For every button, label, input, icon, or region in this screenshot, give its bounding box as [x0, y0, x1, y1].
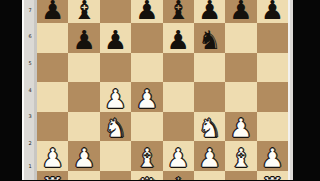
square-d5[interactable] [131, 53, 162, 83]
rank-label-3: 3 [26, 113, 34, 119]
square-a3[interactable] [37, 112, 68, 142]
square-g6[interactable] [225, 23, 256, 53]
square-f1[interactable] [194, 171, 225, 181]
square-h2[interactable]: ♟ [257, 141, 288, 171]
black-pawn-piece[interactable]: ♟ [261, 0, 284, 23]
square-h5[interactable] [257, 53, 288, 83]
square-b6[interactable]: ♟ [68, 23, 99, 53]
black-knight-piece[interactable]: ♞ [198, 27, 221, 53]
white-rook-piece[interactable]: ♜ [261, 174, 284, 180]
white-queen-piece[interactable]: ♛ [135, 174, 158, 180]
rank-label-1: 1 [26, 163, 34, 169]
square-d1[interactable]: ♛ [131, 171, 162, 181]
square-h1[interactable]: ♜ [257, 171, 288, 181]
square-c2[interactable] [100, 141, 131, 171]
square-g4[interactable] [225, 82, 256, 112]
square-g2[interactable]: ♝ [225, 141, 256, 171]
square-a6[interactable] [37, 23, 68, 53]
square-e1[interactable]: ♚ [163, 171, 194, 181]
square-b3[interactable] [68, 112, 99, 142]
square-f3[interactable]: ♞ [194, 112, 225, 142]
black-pawn-piece[interactable]: ♟ [104, 27, 127, 53]
square-c5[interactable] [100, 53, 131, 83]
rank-label-4: 4 [26, 87, 34, 93]
rank-label-7: 7 [26, 7, 34, 13]
white-king-piece[interactable]: ♚ [167, 174, 190, 180]
white-pawn-piece[interactable]: ♟ [261, 145, 284, 171]
white-pawn-piece[interactable]: ♟ [135, 86, 158, 112]
square-e6[interactable]: ♟ [163, 23, 194, 53]
square-a1[interactable]: ♜ [37, 171, 68, 181]
rank-label-5: 5 [26, 60, 34, 66]
white-pawn-piece[interactable]: ♟ [198, 145, 221, 171]
white-pawn-piece[interactable]: ♟ [72, 145, 95, 171]
square-f6[interactable]: ♞ [194, 23, 225, 53]
square-g5[interactable] [225, 53, 256, 83]
rank-label-6: 6 [26, 33, 34, 39]
white-pawn-piece[interactable]: ♟ [104, 86, 127, 112]
square-e4[interactable] [163, 82, 194, 112]
white-pawn-piece[interactable]: ♟ [229, 115, 252, 141]
square-g1[interactable] [225, 171, 256, 181]
white-pawn-piece[interactable]: ♟ [167, 145, 190, 171]
square-b1[interactable] [68, 171, 99, 181]
square-h7[interactable]: ♟ [257, 0, 288, 23]
square-d3[interactable] [131, 112, 162, 142]
black-bishop-piece[interactable]: ♝ [72, 0, 95, 23]
square-d6[interactable] [131, 23, 162, 53]
square-f5[interactable] [194, 53, 225, 83]
square-d7[interactable]: ♟ [131, 0, 162, 23]
square-a5[interactable] [37, 53, 68, 83]
white-bishop-piece[interactable]: ♝ [135, 145, 158, 171]
square-b5[interactable] [68, 53, 99, 83]
square-g3[interactable]: ♟ [225, 112, 256, 142]
black-pawn-piece[interactable]: ♟ [198, 0, 221, 23]
board-frame-right [288, 0, 293, 180]
black-bishop-piece[interactable]: ♝ [167, 0, 190, 23]
square-c6[interactable]: ♟ [100, 23, 131, 53]
square-e3[interactable] [163, 112, 194, 142]
square-g7[interactable]: ♟ [225, 0, 256, 23]
white-rook-piece[interactable]: ♜ [41, 174, 64, 180]
white-bishop-piece[interactable]: ♝ [229, 145, 252, 171]
square-a4[interactable] [37, 82, 68, 112]
square-e7[interactable]: ♝ [163, 0, 194, 23]
board: ♜♞♛♚♜♟♝♟♝♟♟♟♟♟♟♞♟♟♞♞♟♟♟♝♟♟♝♟♜♛♚♜ [37, 0, 288, 180]
square-f4[interactable] [194, 82, 225, 112]
square-e5[interactable] [163, 53, 194, 83]
square-c4[interactable]: ♟ [100, 82, 131, 112]
black-pawn-piece[interactable]: ♟ [41, 0, 64, 23]
black-pawn-piece[interactable]: ♟ [72, 27, 95, 53]
square-b4[interactable] [68, 82, 99, 112]
chess-thumbnail: ♜♞♛♚♜♟♝♟♝♟♟♟♟♟♟♞♟♟♞♞♟♟♟♝♟♟♝♟♜♛♚♜ 7654321 [0, 0, 320, 180]
square-d2[interactable]: ♝ [131, 141, 162, 171]
black-pawn-piece[interactable]: ♟ [135, 0, 158, 23]
white-pawn-piece[interactable]: ♟ [41, 145, 64, 171]
black-pawn-piece[interactable]: ♟ [229, 0, 252, 23]
square-b7[interactable]: ♝ [68, 0, 99, 23]
white-knight-piece[interactable]: ♞ [198, 115, 221, 141]
square-e2[interactable]: ♟ [163, 141, 194, 171]
square-c1[interactable] [100, 171, 131, 181]
square-f2[interactable]: ♟ [194, 141, 225, 171]
square-a2[interactable]: ♟ [37, 141, 68, 171]
square-c3[interactable]: ♞ [100, 112, 131, 142]
square-f7[interactable]: ♟ [194, 0, 225, 23]
black-pawn-piece[interactable]: ♟ [167, 27, 190, 53]
square-h4[interactable] [257, 82, 288, 112]
square-c7[interactable] [100, 0, 131, 23]
white-knight-piece[interactable]: ♞ [104, 115, 127, 141]
square-h6[interactable] [257, 23, 288, 53]
square-d4[interactable]: ♟ [131, 82, 162, 112]
rank-label-2: 2 [26, 140, 34, 146]
square-h3[interactable] [257, 112, 288, 142]
square-a7[interactable]: ♟ [37, 0, 68, 23]
square-b2[interactable]: ♟ [68, 141, 99, 171]
